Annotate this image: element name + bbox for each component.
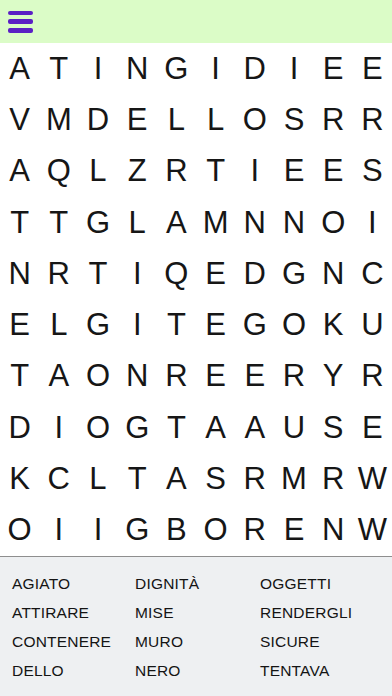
grid-cell[interactable]: E xyxy=(196,248,235,299)
grid-cell[interactable]: R xyxy=(235,453,274,504)
grid-cell[interactable]: V xyxy=(0,94,39,145)
grid-cell[interactable]: D xyxy=(0,402,39,453)
grid-cell[interactable]: R xyxy=(157,146,196,197)
grid-cell[interactable]: G xyxy=(78,197,117,248)
grid-cell[interactable]: D xyxy=(78,94,117,145)
grid-cell[interactable]: Q xyxy=(39,146,78,197)
grid-cell[interactable]: N xyxy=(118,351,157,402)
grid-cell[interactable]: U xyxy=(353,299,392,350)
grid-cell[interactable]: R xyxy=(353,351,392,402)
grid-cell[interactable]: N xyxy=(235,197,274,248)
word-list-item: NERO xyxy=(135,662,260,680)
grid-cell[interactable]: I xyxy=(274,43,313,94)
grid-cell[interactable]: T xyxy=(0,197,39,248)
grid-cell[interactable]: I xyxy=(353,197,392,248)
grid-cell[interactable]: O xyxy=(314,197,353,248)
grid-cell[interactable]: Z xyxy=(118,146,157,197)
grid-cell[interactable]: I xyxy=(78,505,117,556)
grid-cell[interactable]: Q xyxy=(157,248,196,299)
grid-cell[interactable]: L xyxy=(118,197,157,248)
grid-cell[interactable]: R xyxy=(274,351,313,402)
grid-cell[interactable]: A xyxy=(157,197,196,248)
grid-cell[interactable]: T xyxy=(78,248,117,299)
grid-cell[interactable]: Y xyxy=(314,351,353,402)
grid-cell[interactable]: M xyxy=(196,197,235,248)
grid-cell[interactable]: U xyxy=(274,402,313,453)
grid-cell[interactable]: G xyxy=(157,43,196,94)
grid-cell[interactable]: A xyxy=(0,43,39,94)
grid-cell[interactable]: G xyxy=(118,402,157,453)
grid-cell[interactable]: G xyxy=(78,299,117,350)
grid-cell[interactable]: R xyxy=(235,505,274,556)
word-list-item: TENTAVA xyxy=(260,662,392,680)
grid-cell[interactable]: O xyxy=(78,402,117,453)
grid-cell[interactable]: R xyxy=(157,351,196,402)
grid-cell[interactable]: W xyxy=(353,505,392,556)
grid-cell[interactable]: A xyxy=(0,146,39,197)
grid-cell[interactable]: O xyxy=(78,351,117,402)
grid-cell[interactable]: L xyxy=(157,94,196,145)
grid-cell[interactable]: I xyxy=(235,146,274,197)
word-list-item: ATTIRARE xyxy=(12,604,135,622)
menu-button[interactable] xyxy=(8,11,33,33)
grid-cell[interactable]: W xyxy=(353,453,392,504)
grid-cell[interactable]: E xyxy=(235,351,274,402)
grid-cell[interactable]: L xyxy=(39,299,78,350)
grid-cell[interactable]: M xyxy=(274,453,313,504)
hamburger-icon xyxy=(8,28,33,33)
grid-cell[interactable]: C xyxy=(39,453,78,504)
grid-cell[interactable]: B xyxy=(157,505,196,556)
grid-cell[interactable]: R xyxy=(314,453,353,504)
app-header xyxy=(0,0,392,43)
grid-cell[interactable]: T xyxy=(157,299,196,350)
word-list-item: SICURE xyxy=(260,633,392,651)
word-list-item: OGGETTI xyxy=(260,575,392,593)
grid-cell[interactable]: L xyxy=(78,453,117,504)
grid-cell[interactable]: E xyxy=(274,505,313,556)
grid-cell[interactable]: I xyxy=(196,43,235,94)
grid-cell[interactable]: E xyxy=(0,299,39,350)
grid-cell[interactable]: I xyxy=(39,505,78,556)
grid-cell[interactable]: C xyxy=(353,248,392,299)
grid-cell[interactable]: T xyxy=(196,146,235,197)
grid-cell[interactable]: O xyxy=(274,299,313,350)
grid-cell[interactable]: N xyxy=(314,505,353,556)
word-search-app: ATINGIDIEEVMDELLOSRRAQLZRTIEESTTGLAMNNOI… xyxy=(0,0,392,696)
grid-cell[interactable]: T xyxy=(118,453,157,504)
grid-cell[interactable]: R xyxy=(314,94,353,145)
grid-cell[interactable]: L xyxy=(78,146,117,197)
grid-cell[interactable]: G xyxy=(274,248,313,299)
word-search-grid: ATINGIDIEEVMDELLOSRRAQLZRTIEESTTGLAMNNOI… xyxy=(0,43,392,556)
grid-cell[interactable]: T xyxy=(0,351,39,402)
grid-cell[interactable]: G xyxy=(118,505,157,556)
word-list-item: AGIATO xyxy=(12,575,135,593)
grid-cell[interactable]: E xyxy=(274,146,313,197)
grid-cell[interactable]: A xyxy=(39,351,78,402)
word-list-item: DIGNITÀ xyxy=(135,575,260,593)
grid-cell[interactable]: E xyxy=(353,43,392,94)
grid-cell[interactable]: I xyxy=(39,402,78,453)
grid-cell[interactable]: N xyxy=(118,43,157,94)
grid-cell[interactable]: O xyxy=(235,94,274,145)
hamburger-icon xyxy=(8,11,33,16)
grid-cell[interactable]: N xyxy=(314,248,353,299)
hamburger-icon xyxy=(8,19,33,24)
grid-cell[interactable]: E xyxy=(314,146,353,197)
grid-cell[interactable]: R xyxy=(353,94,392,145)
grid-cell[interactable]: E xyxy=(353,402,392,453)
grid-cell[interactable]: O xyxy=(0,505,39,556)
word-list-item: CONTENERE xyxy=(12,633,135,651)
word-list-item: MISE xyxy=(135,604,260,622)
grid-cell[interactable]: N xyxy=(274,197,313,248)
grid-cell[interactable]: T xyxy=(39,197,78,248)
grid-cell[interactable]: A xyxy=(157,453,196,504)
grid-cell[interactable]: D xyxy=(235,248,274,299)
grid-cell[interactable]: K xyxy=(314,299,353,350)
grid-cell[interactable]: T xyxy=(157,402,196,453)
grid-cell[interactable]: E xyxy=(196,299,235,350)
grid-cell[interactable]: K xyxy=(0,453,39,504)
grid-cell[interactable]: L xyxy=(196,94,235,145)
grid-cell[interactable]: S xyxy=(274,94,313,145)
grid-cell[interactable]: I xyxy=(118,248,157,299)
grid-cell[interactable]: E xyxy=(196,351,235,402)
grid-cell[interactable]: D xyxy=(235,43,274,94)
word-list-item: DELLO xyxy=(12,662,135,680)
grid-cell[interactable]: E xyxy=(314,43,353,94)
grid-cell[interactable]: E xyxy=(118,94,157,145)
grid-cell[interactable]: O xyxy=(196,505,235,556)
grid-cell[interactable]: G xyxy=(235,299,274,350)
grid-cell[interactable]: I xyxy=(118,299,157,350)
word-list-item: RENDERGLI xyxy=(260,604,392,622)
grid-cell[interactable]: A xyxy=(235,402,274,453)
grid-cell[interactable]: S xyxy=(314,402,353,453)
grid-cell[interactable]: T xyxy=(39,43,78,94)
grid-cell[interactable]: N xyxy=(0,248,39,299)
grid-cell[interactable]: I xyxy=(78,43,117,94)
grid-cell[interactable]: S xyxy=(353,146,392,197)
grid-cell[interactable]: S xyxy=(196,453,235,504)
word-list: AGIATODIGNITÀOGGETTIATTIRAREMISERENDERGL… xyxy=(0,556,392,696)
grid-cell[interactable]: R xyxy=(39,248,78,299)
word-list-item: MURO xyxy=(135,633,260,651)
grid-cell[interactable]: M xyxy=(39,94,78,145)
grid-cell[interactable]: A xyxy=(196,402,235,453)
